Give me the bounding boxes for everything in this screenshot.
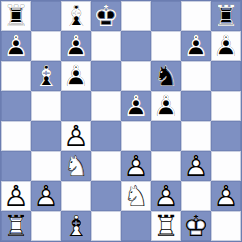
- square-b7[interactable]: [31, 31, 61, 61]
- piece-outline-glyph: ♔: [93, 2, 119, 31]
- piece-white-pawn[interactable]: ♟♙: [1, 181, 31, 211]
- piece-outline-glyph: ♙: [63, 122, 89, 151]
- square-g3[interactable]: ♟♙: [181, 151, 211, 181]
- piece-white-rook[interactable]: ♜♖: [1, 211, 31, 241]
- square-h8[interactable]: ♜♖: [211, 1, 241, 31]
- square-d2[interactable]: [91, 181, 121, 211]
- piece-outline-glyph: ♙: [123, 152, 149, 181]
- square-a7[interactable]: ♟♙: [1, 31, 31, 61]
- square-h7[interactable]: ♟♙: [211, 31, 241, 61]
- piece-outline-glyph: ♙: [123, 92, 149, 121]
- square-e1[interactable]: [121, 211, 151, 241]
- square-f5[interactable]: ♟♙: [151, 91, 181, 121]
- square-g1[interactable]: ♚♔: [181, 211, 211, 241]
- piece-outline-glyph: ♙: [33, 182, 59, 211]
- piece-white-pawn[interactable]: ♟♙: [151, 181, 181, 211]
- piece-black-pawn[interactable]: ♟♙: [181, 31, 211, 61]
- piece-black-king[interactable]: ♚♔: [91, 1, 121, 31]
- square-a3[interactable]: [1, 151, 31, 181]
- square-e4[interactable]: [121, 121, 151, 151]
- piece-outline-glyph: ♙: [3, 182, 29, 211]
- piece-black-pawn[interactable]: ♟♙: [151, 91, 181, 121]
- square-d6[interactable]: [91, 61, 121, 91]
- square-d4[interactable]: [91, 121, 121, 151]
- piece-outline-glyph: ♖: [3, 2, 29, 31]
- square-f3[interactable]: [151, 151, 181, 181]
- piece-white-pawn[interactable]: ♟♙: [61, 121, 91, 151]
- square-e2[interactable]: ♞♘: [121, 181, 151, 211]
- piece-white-pawn[interactable]: ♟♙: [211, 181, 241, 211]
- square-c7[interactable]: ♟♙: [61, 31, 91, 61]
- piece-white-pawn[interactable]: ♟♙: [121, 151, 151, 181]
- piece-white-king[interactable]: ♚♔: [181, 211, 211, 241]
- piece-outline-glyph: ♙: [153, 182, 179, 211]
- square-g5[interactable]: [181, 91, 211, 121]
- piece-black-pawn[interactable]: ♟♙: [61, 31, 91, 61]
- piece-outline-glyph: ♙: [183, 32, 209, 61]
- chess-board: ♜♖♝♗♚♔♜♖♟♙♟♙♟♙♟♙♝♗♟♙♞♘♟♙♟♙♟♙♞♘♟♙♟♙♟♙♟♙♞♘…: [0, 0, 242, 242]
- piece-black-knight[interactable]: ♞♘: [151, 61, 181, 91]
- piece-outline-glyph: ♙: [183, 152, 209, 181]
- square-c1[interactable]: ♝♗: [61, 211, 91, 241]
- piece-black-rook[interactable]: ♜♖: [1, 1, 31, 31]
- square-b2[interactable]: ♟♙: [31, 181, 61, 211]
- piece-outline-glyph: ♙: [63, 62, 89, 91]
- piece-white-pawn[interactable]: ♟♙: [31, 181, 61, 211]
- square-a5[interactable]: [1, 91, 31, 121]
- piece-white-bishop[interactable]: ♝♗: [61, 211, 91, 241]
- piece-white-knight[interactable]: ♞♘: [61, 151, 91, 181]
- square-h2[interactable]: ♟♙: [211, 181, 241, 211]
- square-e7[interactable]: [121, 31, 151, 61]
- square-f2[interactable]: ♟♙: [151, 181, 181, 211]
- piece-black-pawn[interactable]: ♟♙: [61, 61, 91, 91]
- piece-black-pawn[interactable]: ♟♙: [211, 31, 241, 61]
- piece-outline-glyph: ♙: [153, 92, 179, 121]
- square-g4[interactable]: [181, 121, 211, 151]
- square-b3[interactable]: [31, 151, 61, 181]
- piece-outline-glyph: ♙: [63, 32, 89, 61]
- piece-outline-glyph: ♙: [213, 182, 239, 211]
- square-h5[interactable]: [211, 91, 241, 121]
- square-c5[interactable]: [61, 91, 91, 121]
- piece-outline-glyph: ♗: [63, 2, 89, 31]
- square-b6[interactable]: ♝♗: [31, 61, 61, 91]
- square-g8[interactable]: [181, 1, 211, 31]
- square-c3[interactable]: ♞♘: [61, 151, 91, 181]
- square-d1[interactable]: [91, 211, 121, 241]
- square-c8[interactable]: ♝♗: [61, 1, 91, 31]
- piece-outline-glyph: ♘: [63, 152, 89, 181]
- square-h4[interactable]: [211, 121, 241, 151]
- piece-outline-glyph: ♗: [33, 62, 59, 91]
- square-g6[interactable]: [181, 61, 211, 91]
- piece-white-knight[interactable]: ♞♘: [121, 181, 151, 211]
- square-e5[interactable]: ♟♙: [121, 91, 151, 121]
- piece-white-pawn[interactable]: ♟♙: [181, 151, 211, 181]
- piece-outline-glyph: ♙: [3, 32, 29, 61]
- square-c4[interactable]: ♟♙: [61, 121, 91, 151]
- square-d3[interactable]: [91, 151, 121, 181]
- piece-outline-glyph: ♖: [153, 212, 179, 241]
- piece-white-rook[interactable]: ♜♖: [151, 211, 181, 241]
- piece-outline-glyph: ♗: [63, 212, 89, 241]
- square-h1[interactable]: [211, 211, 241, 241]
- piece-black-rook[interactable]: ♜♖: [211, 1, 241, 31]
- piece-outline-glyph: ♔: [183, 212, 209, 241]
- square-e3[interactable]: ♟♙: [121, 151, 151, 181]
- square-a4[interactable]: [1, 121, 31, 151]
- square-a2[interactable]: ♟♙: [1, 181, 31, 211]
- piece-black-pawn[interactable]: ♟♙: [121, 91, 151, 121]
- square-f1[interactable]: ♜♖: [151, 211, 181, 241]
- piece-outline-glyph: ♙: [213, 32, 239, 61]
- square-g7[interactable]: ♟♙: [181, 31, 211, 61]
- square-d7[interactable]: [91, 31, 121, 61]
- square-f6[interactable]: ♞♘: [151, 61, 181, 91]
- square-b8[interactable]: [31, 1, 61, 31]
- square-a1[interactable]: ♜♖: [1, 211, 31, 241]
- square-f7[interactable]: [151, 31, 181, 61]
- square-h6[interactable]: [211, 61, 241, 91]
- square-c2[interactable]: [61, 181, 91, 211]
- piece-black-pawn[interactable]: ♟♙: [1, 31, 31, 61]
- square-b1[interactable]: [31, 211, 61, 241]
- piece-outline-glyph: ♖: [3, 212, 29, 241]
- square-g2[interactable]: [181, 181, 211, 211]
- piece-outline-glyph: ♖: [213, 2, 239, 31]
- square-f8[interactable]: [151, 1, 181, 31]
- square-a8[interactable]: ♜♖: [1, 1, 31, 31]
- piece-outline-glyph: ♘: [123, 182, 149, 211]
- piece-black-bishop[interactable]: ♝♗: [31, 61, 61, 91]
- square-e8[interactable]: [121, 1, 151, 31]
- square-a6[interactable]: [1, 61, 31, 91]
- square-b4[interactable]: [31, 121, 61, 151]
- square-c6[interactable]: ♟♙: [61, 61, 91, 91]
- square-d8[interactable]: ♚♔: [91, 1, 121, 31]
- square-b5[interactable]: [31, 91, 61, 121]
- piece-outline-glyph: ♘: [153, 62, 179, 91]
- square-d5[interactable]: [91, 91, 121, 121]
- square-f4[interactable]: [151, 121, 181, 151]
- square-e6[interactable]: [121, 61, 151, 91]
- piece-black-bishop[interactable]: ♝♗: [61, 1, 91, 31]
- square-h3[interactable]: [211, 151, 241, 181]
